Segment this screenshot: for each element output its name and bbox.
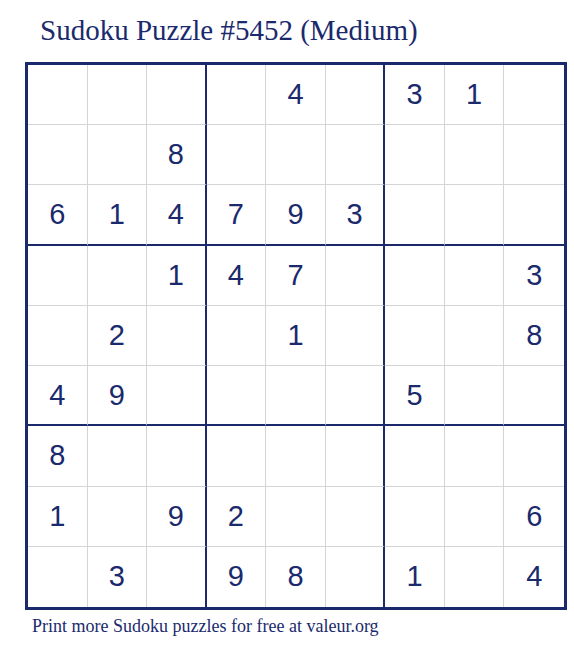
cell-r6c9 bbox=[504, 366, 564, 426]
cell-r1c2 bbox=[88, 65, 148, 125]
cell-r6c7: 5 bbox=[385, 366, 445, 426]
cell-r2c9 bbox=[504, 125, 564, 185]
cell-r1c1 bbox=[28, 65, 88, 125]
cell-r2c4 bbox=[207, 125, 267, 185]
cell-r3c1: 6 bbox=[28, 185, 88, 245]
cell-r9c1 bbox=[28, 547, 88, 607]
cell-r8c3: 9 bbox=[147, 487, 207, 547]
cell-r2c1 bbox=[28, 125, 88, 185]
cell-r8c1: 1 bbox=[28, 487, 88, 547]
cell-r6c6 bbox=[326, 366, 386, 426]
cell-r9c9: 4 bbox=[504, 547, 564, 607]
cell-r8c8 bbox=[445, 487, 505, 547]
cell-r9c5: 8 bbox=[266, 547, 326, 607]
cell-r7c6 bbox=[326, 426, 386, 486]
cell-r7c7 bbox=[385, 426, 445, 486]
cell-r1c9 bbox=[504, 65, 564, 125]
cell-r1c4 bbox=[207, 65, 267, 125]
cell-r9c7: 1 bbox=[385, 547, 445, 607]
cell-r2c2 bbox=[88, 125, 148, 185]
cell-r2c3: 8 bbox=[147, 125, 207, 185]
cell-r4c5: 7 bbox=[266, 246, 326, 306]
cell-r8c7 bbox=[385, 487, 445, 547]
cell-r9c2: 3 bbox=[88, 547, 148, 607]
cell-r9c8 bbox=[445, 547, 505, 607]
cell-r6c3 bbox=[147, 366, 207, 426]
cell-r4c9: 3 bbox=[504, 246, 564, 306]
footer-text: Print more Sudoku puzzles for free at va… bbox=[32, 616, 379, 637]
cell-r4c1 bbox=[28, 246, 88, 306]
cell-r9c3 bbox=[147, 547, 207, 607]
cell-r3c4: 7 bbox=[207, 185, 267, 245]
cell-r7c8 bbox=[445, 426, 505, 486]
cell-r6c4 bbox=[207, 366, 267, 426]
cell-r6c2: 9 bbox=[88, 366, 148, 426]
cell-r8c9: 6 bbox=[504, 487, 564, 547]
cell-r3c8 bbox=[445, 185, 505, 245]
cell-r3c6: 3 bbox=[326, 185, 386, 245]
cell-r3c9 bbox=[504, 185, 564, 245]
cell-r5c1 bbox=[28, 306, 88, 366]
cell-r9c6 bbox=[326, 547, 386, 607]
cell-r2c8 bbox=[445, 125, 505, 185]
puzzle-title: Sudoku Puzzle #5452 (Medium) bbox=[40, 14, 418, 47]
cell-r7c9 bbox=[504, 426, 564, 486]
cell-r9c4: 9 bbox=[207, 547, 267, 607]
cell-r2c5 bbox=[266, 125, 326, 185]
sudoku-grid: 431861479314732184958192639814 bbox=[25, 62, 567, 610]
cell-r3c2: 1 bbox=[88, 185, 148, 245]
cell-r5c7 bbox=[385, 306, 445, 366]
cell-r5c3 bbox=[147, 306, 207, 366]
cell-r5c9: 8 bbox=[504, 306, 564, 366]
cell-r7c5 bbox=[266, 426, 326, 486]
cell-r1c8: 1 bbox=[445, 65, 505, 125]
cell-r7c2 bbox=[88, 426, 148, 486]
cell-r5c5: 1 bbox=[266, 306, 326, 366]
cell-r4c4: 4 bbox=[207, 246, 267, 306]
cell-r7c1: 8 bbox=[28, 426, 88, 486]
cell-r4c6 bbox=[326, 246, 386, 306]
cell-r4c8 bbox=[445, 246, 505, 306]
cell-r2c7 bbox=[385, 125, 445, 185]
cell-r1c6 bbox=[326, 65, 386, 125]
cell-r1c7: 3 bbox=[385, 65, 445, 125]
cell-r3c3: 4 bbox=[147, 185, 207, 245]
cell-r3c7 bbox=[385, 185, 445, 245]
cell-r5c8 bbox=[445, 306, 505, 366]
cell-r3c5: 9 bbox=[266, 185, 326, 245]
cell-r1c3 bbox=[147, 65, 207, 125]
cell-r7c4 bbox=[207, 426, 267, 486]
cell-r6c8 bbox=[445, 366, 505, 426]
cell-r4c2 bbox=[88, 246, 148, 306]
cell-r6c5 bbox=[266, 366, 326, 426]
cell-r6c1: 4 bbox=[28, 366, 88, 426]
cell-r5c4 bbox=[207, 306, 267, 366]
cell-r8c5 bbox=[266, 487, 326, 547]
cell-r4c7 bbox=[385, 246, 445, 306]
sudoku-page: Sudoku Puzzle #5452 (Medium) 43186147931… bbox=[0, 0, 574, 651]
cell-r7c3 bbox=[147, 426, 207, 486]
cell-r4c3: 1 bbox=[147, 246, 207, 306]
cell-r8c4: 2 bbox=[207, 487, 267, 547]
cell-r2c6 bbox=[326, 125, 386, 185]
cell-r1c5: 4 bbox=[266, 65, 326, 125]
cell-r5c2: 2 bbox=[88, 306, 148, 366]
cell-r5c6 bbox=[326, 306, 386, 366]
cell-r8c2 bbox=[88, 487, 148, 547]
cell-r8c6 bbox=[326, 487, 386, 547]
